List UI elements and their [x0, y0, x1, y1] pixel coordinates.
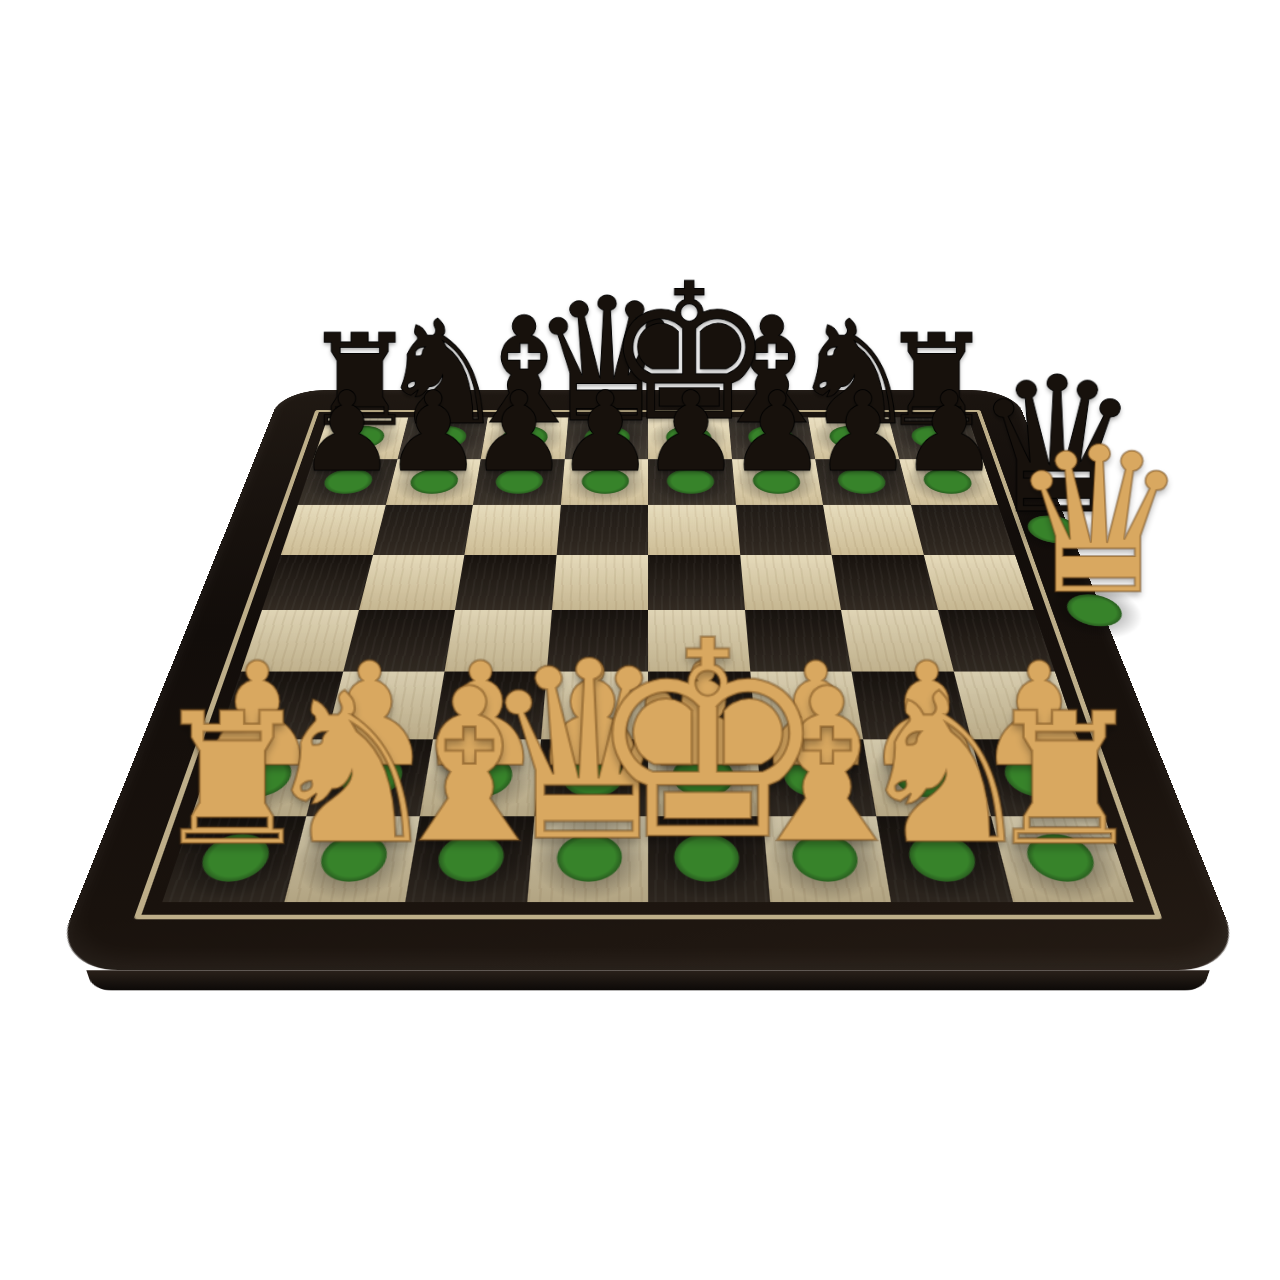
white-queen-glyph: ♛: [937, 421, 1261, 623]
square-d6: [556, 505, 648, 555]
photo-background: ♜♞♝♛♚♝♞♜♟♟♟♟♟♟♟♟♟♟♟♟♟♟♟♟♜♞♝♛♚♝♞♜♛♛: [0, 0, 1280, 1280]
white-king-glyph: ♚: [510, 606, 906, 878]
square-e6: [648, 505, 740, 555]
square-a5: [262, 555, 373, 610]
square-b5: [359, 555, 465, 610]
square-c5: [455, 555, 556, 610]
square-f6: [735, 505, 831, 555]
square-g5: [832, 555, 938, 610]
board-front-edge: [86, 970, 1210, 990]
chess-board: ♜♞♝♛♚♝♞♜♟♟♟♟♟♟♟♟♟♟♟♟♟♟♟♟♜♞♝♛♚♝♞♜♛♛: [49, 390, 1246, 970]
square-c6: [464, 505, 560, 555]
square-a6: [281, 505, 386, 555]
square-b6: [373, 505, 473, 555]
